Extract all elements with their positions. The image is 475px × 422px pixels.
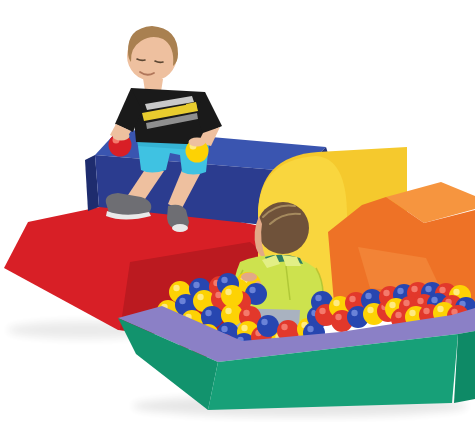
play-ball-highlight [409,310,415,316]
play-ball-highlight [249,287,255,293]
product-photo [0,0,475,422]
held-yellow-ball [186,138,209,163]
play-ball-highlight [335,314,341,320]
play-ball-highlight [179,298,185,304]
play-ball-highlight [365,293,371,299]
play-ball-highlight [197,294,203,300]
play-ball-highlight [383,290,389,296]
play-ball-highlight [205,310,211,316]
play-ball-highlight [403,300,409,306]
play-ball-highlight [431,297,437,303]
boy-right-hand [189,138,206,147]
play-ball-highlight [333,300,339,306]
play-ball-highlight [397,288,403,294]
play-ball-highlight [395,312,401,318]
play-ball-highlight [351,310,357,316]
play-ball-highlight [243,310,249,316]
play-ball-highlight [261,319,267,325]
play-ball-highlight [453,289,459,295]
soft-play-scene [0,0,475,422]
play-ball-highlight [221,277,227,283]
play-ball-highlight [367,307,373,313]
play-ball-highlight [307,326,313,332]
play-ball [221,285,243,307]
toddler-hand [241,273,257,282]
play-ball-highlight [215,292,221,298]
boy-head [127,26,178,81]
play-ball-highlight [319,308,325,314]
play-ball-highlight [221,326,227,332]
play-ball-highlight [225,289,231,295]
play-ball-highlight [173,285,179,291]
play-ball-highlight [437,306,443,312]
boy-left-hand [113,132,130,141]
play-ball-highlight [417,298,423,304]
play-ball-highlight [411,286,417,292]
play-ball-highlight [389,302,395,308]
play-ball-highlight [425,286,431,292]
play-ball-highlight [281,324,287,330]
play-ball-highlight [439,287,445,293]
play-ball-highlight [349,296,355,302]
play-ball-highlight [225,308,231,314]
play-ball-highlight [193,282,199,288]
play-ball-highlight [315,295,321,301]
play-ball-highlight [423,308,429,314]
play-ball [257,315,279,337]
play-ball-highlight [241,325,247,331]
